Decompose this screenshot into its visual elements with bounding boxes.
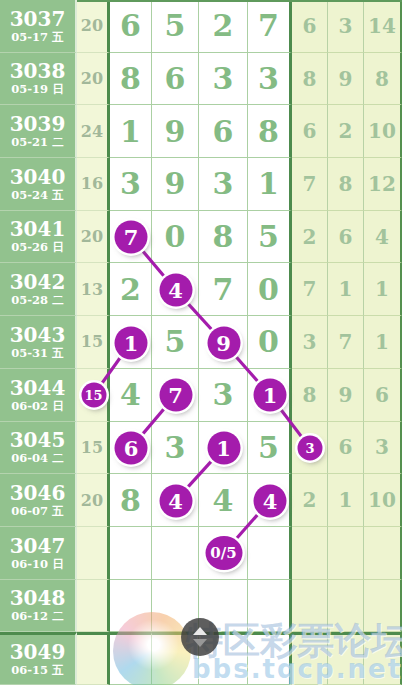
up-arrow-icon — [193, 627, 207, 635]
stat-cell: 10 — [364, 474, 402, 527]
stat-cell: 2 — [328, 105, 364, 158]
stat-cell — [292, 422, 328, 475]
digit-cell: 4 — [199, 474, 248, 527]
stat-cell: 8 — [364, 53, 402, 106]
digit-cell: 3 — [199, 53, 248, 106]
digit-cell: 2 — [110, 263, 152, 316]
digit-cell: 9 — [199, 316, 248, 369]
digit-cell: 7 — [199, 263, 248, 316]
digit-cell: 7 — [110, 211, 152, 264]
issue-number: 3047 — [10, 535, 66, 558]
issue-number: 3037 — [10, 8, 66, 31]
digit-cell: 8 — [110, 474, 152, 527]
stat-cell — [292, 527, 328, 580]
digit-cell: 9 — [152, 105, 199, 158]
digit-cell: 1 — [110, 105, 152, 158]
count-cell — [77, 580, 110, 633]
stat-cell: 6 — [328, 422, 364, 475]
digit-cell: 3 — [110, 158, 152, 211]
digit-cell: 9 — [152, 158, 199, 211]
issue-cell: 304806-12 二 — [0, 580, 77, 633]
digit-cell: 5 — [152, 316, 199, 369]
digit-cell — [199, 527, 248, 580]
issue-cell: 304406-02 日 — [0, 369, 77, 422]
digit-cell: 0 — [248, 263, 292, 316]
digit-cell: 6 — [152, 53, 199, 106]
draw-date: 06-12 二 — [11, 610, 63, 623]
issue-cell: 304205-28 二 — [0, 263, 77, 316]
digit-cell — [248, 527, 292, 580]
stat-cell: 1 — [328, 263, 364, 316]
stat-cell: 8 — [292, 53, 328, 106]
issue-cell: 304606-07 五 — [0, 474, 77, 527]
digit-cell: 5 — [248, 422, 292, 475]
issue-number: 3048 — [10, 587, 66, 610]
digit-cell: 5 — [248, 211, 292, 264]
stat-cell: 12 — [364, 158, 402, 211]
draw-date: 06-02 日 — [11, 400, 63, 413]
count-cell: 20 — [77, 474, 110, 527]
digit-cell: 3 — [248, 53, 292, 106]
issue-number: 3046 — [10, 482, 66, 505]
count-cell: 20 — [77, 0, 110, 53]
draw-date: 05-24 五 — [11, 189, 63, 202]
stat-cell: 1 — [364, 316, 402, 369]
issue-number: 3039 — [10, 113, 66, 136]
issue-cell: 303705-17 五 — [0, 0, 77, 53]
digit-cell: 1 — [110, 316, 152, 369]
issue-number: 3044 — [10, 377, 66, 400]
digit-cell: 3 — [199, 158, 248, 211]
stat-cell: 2 — [292, 211, 328, 264]
draw-date: 05-26 日 — [11, 241, 63, 254]
digit-cell: 8 — [110, 53, 152, 106]
issue-cell: 304906-15 五 — [0, 632, 77, 685]
digit-cell: 0 — [248, 316, 292, 369]
stat-cell: 9 — [328, 369, 364, 422]
stat-cell: 1 — [328, 474, 364, 527]
count-cell — [77, 369, 110, 422]
stat-cell: 3 — [364, 422, 402, 475]
stat-cell — [328, 527, 364, 580]
stat-cell: 3 — [292, 316, 328, 369]
stat-cell: 8 — [292, 369, 328, 422]
issue-number: 3043 — [10, 324, 66, 347]
digit-cell: 1 — [199, 422, 248, 475]
stat-cell: 6 — [292, 0, 328, 53]
count-cell — [77, 527, 110, 580]
digit-cell: 6 — [199, 105, 248, 158]
digit-cell: 4 — [152, 474, 199, 527]
digit-cell: 4 — [110, 369, 152, 422]
stat-cell: 7 — [292, 263, 328, 316]
stat-cell: 6 — [292, 105, 328, 158]
draw-date: 05-28 二 — [11, 294, 63, 307]
count-cell: 20 — [77, 211, 110, 264]
issue-number: 3040 — [10, 166, 66, 189]
issue-number: 3049 — [10, 641, 66, 664]
stat-cell: 7 — [328, 316, 364, 369]
digit-cell: 7 — [152, 369, 199, 422]
scroll-toggle-button[interactable] — [181, 618, 219, 656]
issue-cell: 304305-31 五 — [0, 316, 77, 369]
stat-cell: 1 — [364, 263, 402, 316]
digit-cell: 7 — [248, 0, 292, 53]
draw-date: 05-31 五 — [11, 347, 63, 360]
issue-number: 3042 — [10, 271, 66, 294]
digit-cell: 6 — [110, 0, 152, 53]
issue-number: 3038 — [10, 60, 66, 83]
count-cell — [77, 632, 110, 685]
draw-date: 06-07 五 — [11, 505, 63, 518]
draw-date: 05-21 二 — [11, 136, 63, 149]
draw-date: 06-04 二 — [11, 452, 63, 465]
digit-cell: 8 — [199, 211, 248, 264]
count-cell: 15 — [77, 422, 110, 475]
watermark-site-url: bbs.tqcp.net — [192, 654, 402, 684]
digit-cell: 1 — [248, 369, 292, 422]
trend-chart-grid: 303705-17 五2065276314303805-19 日20863389… — [0, 0, 402, 685]
issue-cell: 303805-19 日 — [0, 53, 77, 106]
issue-cell: 303905-21 二 — [0, 105, 77, 158]
issue-cell: 304506-04 二 — [0, 422, 77, 475]
stat-cell — [364, 527, 402, 580]
down-arrow-icon — [193, 639, 207, 647]
draw-date: 06-10 日 — [11, 558, 63, 571]
count-cell: 24 — [77, 105, 110, 158]
stat-cell: 7 — [292, 158, 328, 211]
digit-cell: 5 — [152, 0, 199, 53]
count-cell: 16 — [77, 158, 110, 211]
draw-date: 06-15 五 — [11, 664, 63, 677]
stat-cell: 6 — [364, 369, 402, 422]
digit-cell: 4 — [152, 263, 199, 316]
issue-number: 3045 — [10, 429, 66, 452]
issue-cell: 304005-24 五 — [0, 158, 77, 211]
stat-cell: 9 — [328, 53, 364, 106]
count-cell: 15 — [77, 316, 110, 369]
stat-cell: 10 — [364, 105, 402, 158]
digit-cell: 4 — [248, 474, 292, 527]
digit-cell: 3 — [199, 369, 248, 422]
issue-cell: 304706-10 日 — [0, 527, 77, 580]
digit-cell — [152, 527, 199, 580]
issue-number: 3041 — [10, 218, 66, 241]
draw-date: 05-17 五 — [11, 31, 63, 44]
stat-cell: 14 — [364, 0, 402, 53]
stat-cell: 2 — [292, 474, 328, 527]
site-logo-watermark — [113, 612, 191, 685]
count-cell: 13 — [77, 263, 110, 316]
stat-cell: 4 — [364, 211, 402, 264]
top-border-line — [77, 0, 402, 2]
count-cell: 20 — [77, 53, 110, 106]
digit-cell: 6 — [110, 422, 152, 475]
stat-cell: 3 — [328, 0, 364, 53]
digit-cell — [110, 527, 152, 580]
stat-cell: 8 — [328, 158, 364, 211]
digit-cell: 3 — [152, 422, 199, 475]
digit-cell: 0 — [152, 211, 199, 264]
draw-date: 05-19 日 — [11, 83, 63, 96]
digit-cell: 2 — [199, 0, 248, 53]
digit-cell: 8 — [248, 105, 292, 158]
stat-cell: 6 — [328, 211, 364, 264]
issue-cell: 304105-26 日 — [0, 211, 77, 264]
lottery-trend-chart: 303705-17 五2065276314303805-19 日20863389… — [0, 0, 402, 685]
digit-cell: 1 — [248, 158, 292, 211]
